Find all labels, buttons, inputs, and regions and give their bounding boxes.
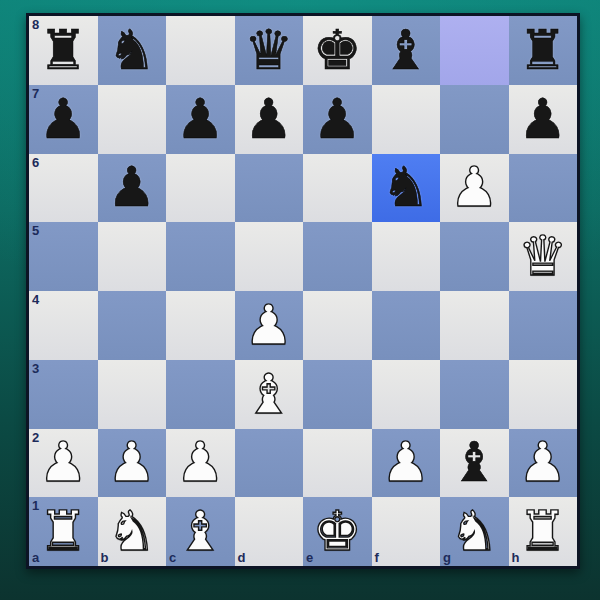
white-pawn-piece[interactable]: ♟ (98, 429, 167, 498)
black-queen-piece[interactable]: ♛ (235, 16, 304, 85)
square-g6[interactable]: ♟ (440, 154, 509, 223)
white-rook-piece[interactable]: ♜ (29, 497, 98, 566)
square-h3[interactable] (509, 360, 578, 429)
square-a8[interactable]: 8♜ (29, 16, 98, 85)
square-g2[interactable]: ♝ (440, 429, 509, 498)
square-g1[interactable]: g♞ (440, 497, 509, 566)
square-b2[interactable]: ♟ (98, 429, 167, 498)
file-label-f: f (375, 550, 379, 565)
square-c3[interactable] (166, 360, 235, 429)
square-b1[interactable]: b♞ (98, 497, 167, 566)
square-f2[interactable]: ♟ (372, 429, 441, 498)
square-e7[interactable]: ♟ (303, 85, 372, 154)
square-d6[interactable] (235, 154, 304, 223)
white-pawn-piece[interactable]: ♟ (509, 429, 578, 498)
square-e8[interactable]: ♚ (303, 16, 372, 85)
file-label-g: g (443, 550, 451, 565)
white-queen-piece[interactable]: ♛ (509, 222, 578, 291)
white-pawn-piece[interactable]: ♟ (166, 429, 235, 498)
square-h5[interactable]: ♛ (509, 222, 578, 291)
black-pawn-piece[interactable]: ♟ (29, 85, 98, 154)
square-d8[interactable]: ♛ (235, 16, 304, 85)
white-pawn-piece[interactable]: ♟ (372, 429, 441, 498)
square-d5[interactable] (235, 222, 304, 291)
square-b3[interactable] (98, 360, 167, 429)
rank-label-2: 2 (32, 430, 39, 445)
white-bishop-piece[interactable]: ♝ (235, 360, 304, 429)
square-f4[interactable] (372, 291, 441, 360)
square-h8[interactable]: ♜ (509, 16, 578, 85)
square-a2[interactable]: 2♟ (29, 429, 98, 498)
chess-board: 8♜♞♛♚♝♜7♟♟♟♟♟6♟♞♟5♛4♟3♝2♟♟♟♟♝♟1a♜b♞c♝de♚… (26, 13, 580, 569)
square-f5[interactable] (372, 222, 441, 291)
square-b4[interactable] (98, 291, 167, 360)
square-a3[interactable]: 3 (29, 360, 98, 429)
square-c2[interactable]: ♟ (166, 429, 235, 498)
square-c4[interactable] (166, 291, 235, 360)
square-c7[interactable]: ♟ (166, 85, 235, 154)
square-g4[interactable] (440, 291, 509, 360)
file-label-d: d (238, 550, 246, 565)
file-label-a: a (32, 550, 39, 565)
square-h1[interactable]: h♜ (509, 497, 578, 566)
square-e2[interactable] (303, 429, 372, 498)
square-c6[interactable] (166, 154, 235, 223)
square-b8[interactable]: ♞ (98, 16, 167, 85)
black-pawn-piece[interactable]: ♟ (166, 85, 235, 154)
square-f6[interactable]: ♞ (372, 154, 441, 223)
rank-label-6: 6 (32, 155, 39, 170)
square-g3[interactable] (440, 360, 509, 429)
square-g7[interactable] (440, 85, 509, 154)
square-h6[interactable] (509, 154, 578, 223)
square-f8[interactable]: ♝ (372, 16, 441, 85)
square-g8[interactable] (440, 16, 509, 85)
square-d1[interactable]: d (235, 497, 304, 566)
square-e3[interactable] (303, 360, 372, 429)
black-rook-piece[interactable]: ♜ (29, 16, 98, 85)
black-bishop-piece[interactable]: ♝ (440, 429, 509, 498)
rank-label-1: 1 (32, 498, 39, 513)
square-f3[interactable] (372, 360, 441, 429)
square-a1[interactable]: 1a♜ (29, 497, 98, 566)
black-pawn-piece[interactable]: ♟ (235, 85, 304, 154)
white-pawn-piece[interactable]: ♟ (440, 154, 509, 223)
white-pawn-piece[interactable]: ♟ (29, 429, 98, 498)
square-a5[interactable]: 5 (29, 222, 98, 291)
square-a4[interactable]: 4 (29, 291, 98, 360)
square-e1[interactable]: e♚ (303, 497, 372, 566)
rank-label-3: 3 (32, 361, 39, 376)
square-d2[interactable] (235, 429, 304, 498)
square-e4[interactable] (303, 291, 372, 360)
square-c8[interactable] (166, 16, 235, 85)
file-label-b: b (101, 550, 109, 565)
rank-label-4: 4 (32, 292, 39, 307)
square-d7[interactable]: ♟ (235, 85, 304, 154)
square-d4[interactable]: ♟ (235, 291, 304, 360)
black-pawn-piece[interactable]: ♟ (303, 85, 372, 154)
black-king-piece[interactable]: ♚ (303, 16, 372, 85)
square-h4[interactable] (509, 291, 578, 360)
square-a7[interactable]: 7♟ (29, 85, 98, 154)
square-b7[interactable] (98, 85, 167, 154)
rank-label-5: 5 (32, 223, 39, 238)
white-bishop-piece[interactable]: ♝ (166, 497, 235, 566)
square-h7[interactable]: ♟ (509, 85, 578, 154)
black-knight-piece[interactable]: ♞ (98, 16, 167, 85)
square-d3[interactable]: ♝ (235, 360, 304, 429)
square-e6[interactable] (303, 154, 372, 223)
black-knight-piece[interactable]: ♞ (372, 154, 441, 223)
file-label-c: c (169, 550, 176, 565)
square-b6[interactable]: ♟ (98, 154, 167, 223)
white-pawn-piece[interactable]: ♟ (235, 291, 304, 360)
square-b5[interactable] (98, 222, 167, 291)
square-f7[interactable] (372, 85, 441, 154)
rank-label-8: 8 (32, 17, 39, 32)
square-c1[interactable]: c♝ (166, 497, 235, 566)
square-h2[interactable]: ♟ (509, 429, 578, 498)
white-king-piece[interactable]: ♚ (303, 497, 372, 566)
square-a6[interactable]: 6 (29, 154, 98, 223)
black-rook-piece[interactable]: ♜ (509, 16, 578, 85)
file-label-e: e (306, 550, 313, 565)
rank-label-7: 7 (32, 86, 39, 101)
black-pawn-piece[interactable]: ♟ (98, 154, 167, 223)
square-f1[interactable]: f (372, 497, 441, 566)
square-e5[interactable] (303, 222, 372, 291)
square-c5[interactable] (166, 222, 235, 291)
file-label-h: h (512, 550, 520, 565)
square-g5[interactable] (440, 222, 509, 291)
black-pawn-piece[interactable]: ♟ (509, 85, 578, 154)
black-bishop-piece[interactable]: ♝ (372, 16, 441, 85)
